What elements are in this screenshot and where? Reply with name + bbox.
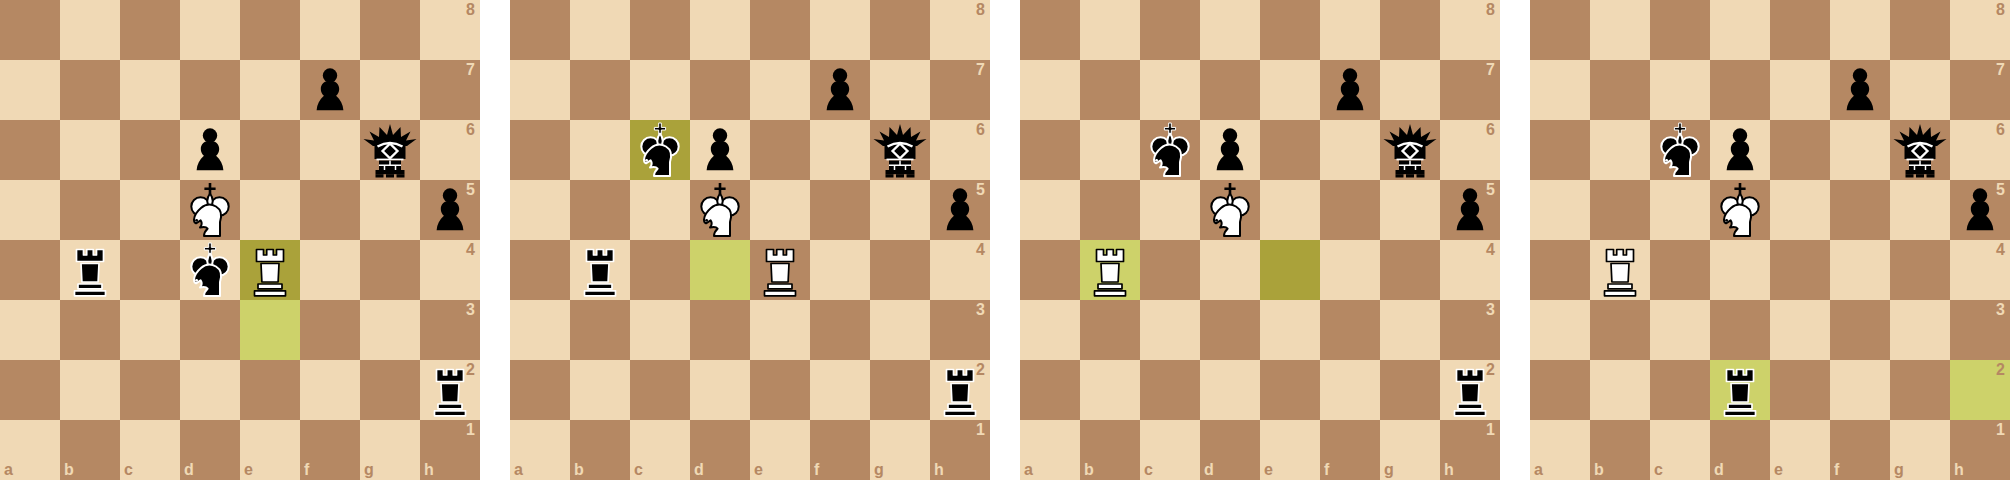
square-d2[interactable] bbox=[690, 360, 750, 420]
square-g2[interactable] bbox=[360, 360, 420, 420]
square-g6[interactable] bbox=[1890, 120, 1950, 180]
square-d5[interactable] bbox=[180, 180, 240, 240]
square-h6[interactable]: 6 bbox=[1950, 120, 2010, 180]
square-g4[interactable] bbox=[870, 240, 930, 300]
square-f7[interactable] bbox=[1830, 60, 1890, 120]
square-b7[interactable] bbox=[60, 60, 120, 120]
square-g1[interactable]: g bbox=[870, 420, 930, 480]
square-e1[interactable]: e bbox=[1260, 420, 1320, 480]
square-h5[interactable]: 5 bbox=[1440, 180, 1500, 240]
square-a3[interactable] bbox=[1020, 300, 1080, 360]
square-b3[interactable] bbox=[1080, 300, 1140, 360]
square-g4[interactable] bbox=[1380, 240, 1440, 300]
square-e2[interactable] bbox=[240, 360, 300, 420]
square-b2[interactable] bbox=[570, 360, 630, 420]
square-d2[interactable] bbox=[180, 360, 240, 420]
square-e2[interactable] bbox=[1770, 360, 1830, 420]
square-h1[interactable]: 1h bbox=[1440, 420, 1500, 480]
rank-label: 7 bbox=[976, 62, 985, 78]
square-c6[interactable] bbox=[630, 120, 690, 180]
square-c5[interactable] bbox=[1140, 180, 1200, 240]
square-e6[interactable] bbox=[1260, 120, 1320, 180]
square-a3[interactable] bbox=[1530, 300, 1590, 360]
square-f7[interactable] bbox=[1320, 60, 1380, 120]
square-h2[interactable]: 2 bbox=[1440, 360, 1500, 420]
square-h2[interactable]: 2 bbox=[930, 360, 990, 420]
square-f2[interactable] bbox=[300, 360, 360, 420]
square-a5[interactable] bbox=[1530, 180, 1590, 240]
square-g7[interactable] bbox=[360, 60, 420, 120]
square-b4[interactable] bbox=[1080, 240, 1140, 300]
square-h3[interactable]: 3 bbox=[1950, 300, 2010, 360]
square-g5[interactable] bbox=[1380, 180, 1440, 240]
square-c8[interactable] bbox=[1650, 0, 1710, 60]
square-e2[interactable] bbox=[1260, 360, 1320, 420]
square-d8[interactable] bbox=[1200, 0, 1260, 60]
square-b1[interactable]: b bbox=[570, 420, 630, 480]
square-c4[interactable] bbox=[1140, 240, 1200, 300]
square-d1[interactable]: d bbox=[690, 420, 750, 480]
piece-black-pawn[interactable] bbox=[1830, 60, 1890, 120]
square-e8[interactable] bbox=[1770, 0, 1830, 60]
square-c2[interactable] bbox=[1140, 360, 1200, 420]
piece-black-pawn[interactable] bbox=[1710, 120, 1770, 180]
square-h2[interactable]: 2 bbox=[420, 360, 480, 420]
square-a1[interactable]: a bbox=[1020, 420, 1080, 480]
square-b4[interactable] bbox=[60, 240, 120, 300]
square-b2[interactable] bbox=[1590, 360, 1650, 420]
piece-black-pawn[interactable] bbox=[180, 120, 240, 180]
piece-black-rook[interactable] bbox=[930, 360, 990, 420]
square-a7[interactable] bbox=[510, 60, 570, 120]
square-h8[interactable]: 8 bbox=[420, 0, 480, 60]
piece-black-pawn[interactable] bbox=[1200, 120, 1260, 180]
piece-white-knight-king[interactable] bbox=[1200, 180, 1260, 240]
square-f3[interactable] bbox=[300, 300, 360, 360]
square-c6[interactable] bbox=[120, 120, 180, 180]
rank-label: 2 bbox=[1996, 362, 2005, 378]
square-e5[interactable] bbox=[1260, 180, 1320, 240]
square-b4[interactable] bbox=[1590, 240, 1650, 300]
square-b8[interactable] bbox=[60, 0, 120, 60]
square-e8[interactable] bbox=[1260, 0, 1320, 60]
square-b8[interactable] bbox=[1080, 0, 1140, 60]
square-b4[interactable] bbox=[570, 240, 630, 300]
square-f8[interactable] bbox=[300, 0, 360, 60]
square-f7[interactable] bbox=[810, 60, 870, 120]
rank-label: 4 bbox=[1996, 242, 2005, 258]
square-a8[interactable] bbox=[1020, 0, 1080, 60]
square-c3[interactable] bbox=[1140, 300, 1200, 360]
square-h5[interactable]: 5 bbox=[930, 180, 990, 240]
square-d7[interactable] bbox=[180, 60, 240, 120]
square-c8[interactable] bbox=[1140, 0, 1200, 60]
square-d8[interactable] bbox=[1710, 0, 1770, 60]
square-e3[interactable] bbox=[750, 300, 810, 360]
square-e8[interactable] bbox=[240, 0, 300, 60]
square-e6[interactable] bbox=[750, 120, 810, 180]
square-g1[interactable]: g bbox=[1380, 420, 1440, 480]
square-h4[interactable]: 4 bbox=[930, 240, 990, 300]
square-b1[interactable]: b bbox=[1080, 420, 1140, 480]
square-c5[interactable] bbox=[630, 180, 690, 240]
square-g5[interactable] bbox=[870, 180, 930, 240]
square-g1[interactable]: g bbox=[1890, 420, 1950, 480]
square-f5[interactable] bbox=[300, 180, 360, 240]
square-h3[interactable]: 3 bbox=[420, 300, 480, 360]
piece-black-pawn[interactable] bbox=[1440, 180, 1500, 240]
square-b1[interactable]: b bbox=[1590, 420, 1650, 480]
square-c4[interactable] bbox=[120, 240, 180, 300]
square-f5[interactable] bbox=[810, 180, 870, 240]
square-h6[interactable]: 6 bbox=[930, 120, 990, 180]
square-a2[interactable] bbox=[1020, 360, 1080, 420]
square-a6[interactable] bbox=[1530, 120, 1590, 180]
square-c7[interactable] bbox=[1140, 60, 1200, 120]
square-h7[interactable]: 7 bbox=[1440, 60, 1500, 120]
square-h8[interactable]: 8 bbox=[1440, 0, 1500, 60]
square-f1[interactable]: f bbox=[1320, 420, 1380, 480]
square-g5[interactable] bbox=[1890, 180, 1950, 240]
square-c5[interactable] bbox=[120, 180, 180, 240]
square-h3[interactable]: 3 bbox=[1440, 300, 1500, 360]
square-d4[interactable] bbox=[690, 240, 750, 300]
square-e7[interactable] bbox=[1260, 60, 1320, 120]
square-h3[interactable]: 3 bbox=[930, 300, 990, 360]
square-g6[interactable] bbox=[870, 120, 930, 180]
piece-black-pawn[interactable] bbox=[690, 120, 750, 180]
square-a5[interactable] bbox=[510, 180, 570, 240]
piece-white-rook[interactable] bbox=[750, 240, 810, 300]
square-e2[interactable] bbox=[750, 360, 810, 420]
square-c7[interactable] bbox=[630, 60, 690, 120]
square-f4[interactable] bbox=[810, 240, 870, 300]
square-f6[interactable] bbox=[810, 120, 870, 180]
piece-black-rook[interactable] bbox=[1440, 360, 1500, 420]
piece-black-chancellor[interactable] bbox=[360, 120, 420, 180]
square-f4[interactable] bbox=[1830, 240, 1890, 300]
piece-black-chancellor[interactable] bbox=[870, 120, 930, 180]
square-d8[interactable] bbox=[180, 0, 240, 60]
square-d7[interactable] bbox=[690, 60, 750, 120]
square-h6[interactable]: 6 bbox=[1440, 120, 1500, 180]
square-d6[interactable] bbox=[690, 120, 750, 180]
square-f7[interactable] bbox=[300, 60, 360, 120]
square-h2[interactable]: 2 bbox=[1950, 360, 2010, 420]
square-h8[interactable]: 8 bbox=[930, 0, 990, 60]
piece-white-rook[interactable] bbox=[1590, 240, 1650, 300]
square-e6[interactable] bbox=[240, 120, 300, 180]
piece-black-chancellor[interactable] bbox=[1890, 120, 1950, 180]
square-d2[interactable] bbox=[1710, 360, 1770, 420]
square-a6[interactable] bbox=[0, 120, 60, 180]
square-e5[interactable] bbox=[240, 180, 300, 240]
square-e8[interactable] bbox=[750, 0, 810, 60]
square-d3[interactable] bbox=[690, 300, 750, 360]
square-f1[interactable]: f bbox=[810, 420, 870, 480]
square-c4[interactable] bbox=[1650, 240, 1710, 300]
square-a5[interactable] bbox=[1020, 180, 1080, 240]
square-g3[interactable] bbox=[870, 300, 930, 360]
square-b5[interactable] bbox=[60, 180, 120, 240]
square-c2[interactable] bbox=[1650, 360, 1710, 420]
square-e4[interactable] bbox=[240, 240, 300, 300]
square-g5[interactable] bbox=[360, 180, 420, 240]
piece-black-knight-king[interactable] bbox=[1140, 120, 1200, 180]
square-g7[interactable] bbox=[1890, 60, 1950, 120]
square-c1[interactable]: c bbox=[120, 420, 180, 480]
square-c8[interactable] bbox=[630, 0, 690, 60]
square-e3[interactable] bbox=[240, 300, 300, 360]
square-a7[interactable] bbox=[1020, 60, 1080, 120]
square-g7[interactable] bbox=[1380, 60, 1440, 120]
square-g3[interactable] bbox=[360, 300, 420, 360]
square-a7[interactable] bbox=[0, 60, 60, 120]
file-label: g bbox=[1384, 462, 1394, 478]
square-f8[interactable] bbox=[1320, 0, 1380, 60]
square-f4[interactable] bbox=[300, 240, 360, 300]
square-a3[interactable] bbox=[0, 300, 60, 360]
square-c6[interactable] bbox=[1140, 120, 1200, 180]
square-c2[interactable] bbox=[120, 360, 180, 420]
square-c2[interactable] bbox=[630, 360, 690, 420]
square-b8[interactable] bbox=[1590, 0, 1650, 60]
square-c1[interactable]: c bbox=[630, 420, 690, 480]
square-h7[interactable]: 7 bbox=[1950, 60, 2010, 120]
file-label: f bbox=[304, 462, 309, 478]
square-b5[interactable] bbox=[570, 180, 630, 240]
square-e5[interactable] bbox=[750, 180, 810, 240]
square-f6[interactable] bbox=[1830, 120, 1890, 180]
square-a2[interactable] bbox=[0, 360, 60, 420]
square-f2[interactable] bbox=[1830, 360, 1890, 420]
square-f4[interactable] bbox=[1320, 240, 1380, 300]
square-d2[interactable] bbox=[1200, 360, 1260, 420]
square-g8[interactable] bbox=[360, 0, 420, 60]
square-b3[interactable] bbox=[60, 300, 120, 360]
square-g3[interactable] bbox=[1890, 300, 1950, 360]
piece-white-rook[interactable] bbox=[1080, 240, 1140, 300]
square-b5[interactable] bbox=[1590, 180, 1650, 240]
square-f6[interactable] bbox=[1320, 120, 1380, 180]
square-a4[interactable] bbox=[0, 240, 60, 300]
square-b6[interactable] bbox=[60, 120, 120, 180]
square-c3[interactable] bbox=[630, 300, 690, 360]
square-d5[interactable] bbox=[690, 180, 750, 240]
square-h1[interactable]: 1h bbox=[1950, 420, 2010, 480]
square-a8[interactable] bbox=[1530, 0, 1590, 60]
square-d4[interactable] bbox=[1200, 240, 1260, 300]
square-h1[interactable]: 1h bbox=[930, 420, 990, 480]
square-a2[interactable] bbox=[510, 360, 570, 420]
square-f1[interactable]: f bbox=[300, 420, 360, 480]
square-g8[interactable] bbox=[1890, 0, 1950, 60]
square-h5[interactable]: 5 bbox=[420, 180, 480, 240]
square-a6[interactable] bbox=[1020, 120, 1080, 180]
square-b7[interactable] bbox=[1590, 60, 1650, 120]
piece-black-knight-king[interactable] bbox=[180, 240, 240, 300]
piece-black-pawn[interactable] bbox=[1950, 180, 2010, 240]
square-c3[interactable] bbox=[120, 300, 180, 360]
square-a8[interactable] bbox=[0, 0, 60, 60]
square-a4[interactable] bbox=[510, 240, 570, 300]
rank-label: 8 bbox=[1486, 2, 1495, 18]
square-d6[interactable] bbox=[1200, 120, 1260, 180]
square-f1[interactable]: f bbox=[1830, 420, 1890, 480]
square-e7[interactable] bbox=[1770, 60, 1830, 120]
square-b5[interactable] bbox=[1080, 180, 1140, 240]
square-c7[interactable] bbox=[120, 60, 180, 120]
square-a4[interactable] bbox=[1530, 240, 1590, 300]
square-d7[interactable] bbox=[1710, 60, 1770, 120]
piece-black-chancellor[interactable] bbox=[1380, 120, 1440, 180]
square-e4[interactable] bbox=[750, 240, 810, 300]
square-b6[interactable] bbox=[570, 120, 630, 180]
piece-white-rook[interactable] bbox=[240, 240, 300, 300]
square-e5[interactable] bbox=[1770, 180, 1830, 240]
square-a2[interactable] bbox=[1530, 360, 1590, 420]
square-b6[interactable] bbox=[1590, 120, 1650, 180]
square-a5[interactable] bbox=[0, 180, 60, 240]
square-b7[interactable] bbox=[1080, 60, 1140, 120]
square-h5[interactable]: 5 bbox=[1950, 180, 2010, 240]
square-g2[interactable] bbox=[1380, 360, 1440, 420]
square-g4[interactable] bbox=[1890, 240, 1950, 300]
square-c1[interactable]: c bbox=[1650, 420, 1710, 480]
square-b8[interactable] bbox=[570, 0, 630, 60]
square-g6[interactable] bbox=[360, 120, 420, 180]
piece-black-pawn[interactable] bbox=[930, 180, 990, 240]
square-e3[interactable] bbox=[1770, 300, 1830, 360]
square-c1[interactable]: c bbox=[1140, 420, 1200, 480]
piece-black-rook[interactable] bbox=[420, 360, 480, 420]
square-d5[interactable] bbox=[1710, 180, 1770, 240]
square-f6[interactable] bbox=[300, 120, 360, 180]
piece-black-pawn[interactable] bbox=[300, 60, 360, 120]
square-c3[interactable] bbox=[1650, 300, 1710, 360]
piece-black-rook[interactable] bbox=[570, 240, 630, 300]
file-label: f bbox=[814, 462, 819, 478]
square-e7[interactable] bbox=[240, 60, 300, 120]
square-d1[interactable]: d bbox=[180, 420, 240, 480]
file-label: h bbox=[1444, 462, 1454, 478]
square-d3[interactable] bbox=[1200, 300, 1260, 360]
square-h4[interactable]: 4 bbox=[420, 240, 480, 300]
square-g3[interactable] bbox=[1380, 300, 1440, 360]
square-g4[interactable] bbox=[360, 240, 420, 300]
square-b3[interactable] bbox=[570, 300, 630, 360]
square-h4[interactable]: 4 bbox=[1950, 240, 2010, 300]
square-f8[interactable] bbox=[810, 0, 870, 60]
square-d8[interactable] bbox=[690, 0, 750, 60]
square-c6[interactable] bbox=[1650, 120, 1710, 180]
square-a1[interactable]: a bbox=[1530, 420, 1590, 480]
square-f5[interactable] bbox=[1320, 180, 1380, 240]
square-e4[interactable] bbox=[1260, 240, 1320, 300]
square-a6[interactable] bbox=[510, 120, 570, 180]
square-e1[interactable]: e bbox=[1770, 420, 1830, 480]
square-a4[interactable] bbox=[1020, 240, 1080, 300]
square-d6[interactable] bbox=[1710, 120, 1770, 180]
square-e4[interactable] bbox=[1770, 240, 1830, 300]
square-a1[interactable]: a bbox=[510, 420, 570, 480]
square-a7[interactable] bbox=[1530, 60, 1590, 120]
square-d6[interactable] bbox=[180, 120, 240, 180]
square-a8[interactable] bbox=[510, 0, 570, 60]
square-d5[interactable] bbox=[1200, 180, 1260, 240]
square-a1[interactable]: a bbox=[0, 420, 60, 480]
square-b6[interactable] bbox=[1080, 120, 1140, 180]
piece-white-knight-king[interactable] bbox=[180, 180, 240, 240]
square-g6[interactable] bbox=[1380, 120, 1440, 180]
square-b1[interactable]: b bbox=[60, 420, 120, 480]
square-f2[interactable] bbox=[810, 360, 870, 420]
square-c7[interactable] bbox=[1650, 60, 1710, 120]
square-h7[interactable]: 7 bbox=[420, 60, 480, 120]
square-e6[interactable] bbox=[1770, 120, 1830, 180]
piece-black-pawn[interactable] bbox=[420, 180, 480, 240]
square-d1[interactable]: d bbox=[1200, 420, 1260, 480]
square-f3[interactable] bbox=[1320, 300, 1380, 360]
square-b7[interactable] bbox=[570, 60, 630, 120]
square-d3[interactable] bbox=[180, 300, 240, 360]
rank-label: 3 bbox=[1996, 302, 2005, 318]
square-g2[interactable] bbox=[1890, 360, 1950, 420]
square-d1[interactable]: d bbox=[1710, 420, 1770, 480]
square-h6[interactable]: 6 bbox=[420, 120, 480, 180]
file-label: c bbox=[124, 462, 133, 478]
square-d4[interactable] bbox=[180, 240, 240, 300]
square-h1[interactable]: 1h bbox=[420, 420, 480, 480]
square-f2[interactable] bbox=[1320, 360, 1380, 420]
square-e3[interactable] bbox=[1260, 300, 1320, 360]
square-a3[interactable] bbox=[510, 300, 570, 360]
piece-black-knight-king[interactable] bbox=[630, 120, 690, 180]
square-g1[interactable]: g bbox=[360, 420, 420, 480]
square-b2[interactable] bbox=[60, 360, 120, 420]
square-d4[interactable] bbox=[1710, 240, 1770, 300]
piece-black-pawn[interactable] bbox=[810, 60, 870, 120]
square-g8[interactable] bbox=[1380, 0, 1440, 60]
square-c8[interactable] bbox=[120, 0, 180, 60]
square-f3[interactable] bbox=[1830, 300, 1890, 360]
square-f8[interactable] bbox=[1830, 0, 1890, 60]
square-d7[interactable] bbox=[1200, 60, 1260, 120]
square-c5[interactable] bbox=[1650, 180, 1710, 240]
piece-black-rook[interactable] bbox=[60, 240, 120, 300]
piece-black-pawn[interactable] bbox=[1320, 60, 1380, 120]
square-h7[interactable]: 7 bbox=[930, 60, 990, 120]
square-f5[interactable] bbox=[1830, 180, 1890, 240]
square-e1[interactable]: e bbox=[750, 420, 810, 480]
piece-white-knight-king[interactable] bbox=[690, 180, 750, 240]
piece-black-knight-king[interactable] bbox=[1650, 120, 1710, 180]
square-h4[interactable]: 4 bbox=[1440, 240, 1500, 300]
square-e1[interactable]: e bbox=[240, 420, 300, 480]
square-f3[interactable] bbox=[810, 300, 870, 360]
piece-white-knight-king[interactable] bbox=[1710, 180, 1770, 240]
piece-black-rook[interactable] bbox=[1710, 360, 1770, 420]
square-d3[interactable] bbox=[1710, 300, 1770, 360]
square-g2[interactable] bbox=[870, 360, 930, 420]
square-c4[interactable] bbox=[630, 240, 690, 300]
square-b2[interactable] bbox=[1080, 360, 1140, 420]
square-b3[interactable] bbox=[1590, 300, 1650, 360]
square-g7[interactable] bbox=[870, 60, 930, 120]
square-g8[interactable] bbox=[870, 0, 930, 60]
square-h8[interactable]: 8 bbox=[1950, 0, 2010, 60]
square-e7[interactable] bbox=[750, 60, 810, 120]
